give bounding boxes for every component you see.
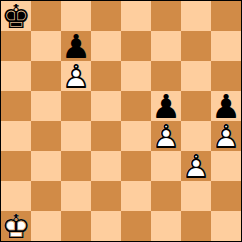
square-c1[interactable] — [61, 211, 91, 241]
white-pawn[interactable]: ♟♙ — [181, 151, 211, 181]
square-e7[interactable] — [121, 31, 151, 61]
white-king[interactable]: ♚♔ — [1, 211, 31, 241]
square-g2[interactable] — [181, 181, 211, 211]
black-king[interactable]: ♚ — [1, 1, 31, 31]
square-g3[interactable]: ♟♙ — [181, 151, 211, 181]
white-pawn-outline-glyph: ♙ — [151, 121, 181, 151]
white-pawn[interactable]: ♟♙ — [61, 61, 91, 91]
square-f2[interactable] — [151, 181, 181, 211]
square-c4[interactable] — [61, 121, 91, 151]
square-g8[interactable] — [181, 1, 211, 31]
white-pawn-outline-glyph: ♙ — [61, 61, 91, 91]
square-h7[interactable] — [211, 31, 241, 61]
square-c2[interactable] — [61, 181, 91, 211]
square-h3[interactable] — [211, 151, 241, 181]
white-pawn-outline-glyph: ♙ — [211, 121, 241, 151]
square-e1[interactable] — [121, 211, 151, 241]
square-d7[interactable] — [91, 31, 121, 61]
square-a5[interactable] — [1, 91, 31, 121]
white-king-outline-glyph: ♔ — [1, 211, 31, 241]
square-g1[interactable] — [181, 211, 211, 241]
square-a7[interactable] — [1, 31, 31, 61]
square-h1[interactable] — [211, 211, 241, 241]
square-c6[interactable]: ♟♙ — [61, 61, 91, 91]
square-h2[interactable] — [211, 181, 241, 211]
square-e6[interactable] — [121, 61, 151, 91]
square-a8[interactable]: ♚ — [1, 1, 31, 31]
square-a4[interactable] — [1, 121, 31, 151]
square-d1[interactable] — [91, 211, 121, 241]
square-e8[interactable] — [121, 1, 151, 31]
square-f8[interactable] — [151, 1, 181, 31]
square-b3[interactable] — [31, 151, 61, 181]
square-f7[interactable] — [151, 31, 181, 61]
chess-board: ♚♟♟♙♟♟♟♙♟♙♟♙♚♔ — [0, 0, 242, 242]
square-g7[interactable] — [181, 31, 211, 61]
square-h8[interactable] — [211, 1, 241, 31]
square-b8[interactable] — [31, 1, 61, 31]
square-e5[interactable] — [121, 91, 151, 121]
square-b2[interactable] — [31, 181, 61, 211]
square-a6[interactable] — [1, 61, 31, 91]
square-e4[interactable] — [121, 121, 151, 151]
square-b5[interactable] — [31, 91, 61, 121]
square-d4[interactable] — [91, 121, 121, 151]
square-a1[interactable]: ♚♔ — [1, 211, 31, 241]
square-f4[interactable]: ♟♙ — [151, 121, 181, 151]
square-b1[interactable] — [31, 211, 61, 241]
white-pawn[interactable]: ♟♙ — [151, 121, 181, 151]
square-d5[interactable] — [91, 91, 121, 121]
square-d8[interactable] — [91, 1, 121, 31]
square-d2[interactable] — [91, 181, 121, 211]
square-b7[interactable] — [31, 31, 61, 61]
square-e2[interactable] — [121, 181, 151, 211]
square-d6[interactable] — [91, 61, 121, 91]
square-g5[interactable] — [181, 91, 211, 121]
white-pawn-outline-glyph: ♙ — [181, 151, 211, 181]
square-b6[interactable] — [31, 61, 61, 91]
square-c5[interactable] — [61, 91, 91, 121]
square-f1[interactable] — [151, 211, 181, 241]
square-e3[interactable] — [121, 151, 151, 181]
white-pawn[interactable]: ♟♙ — [211, 121, 241, 151]
chess-board-wrapper: ♚♟♟♙♟♟♟♙♟♙♟♙♚♔ — [0, 0, 242, 242]
square-c3[interactable] — [61, 151, 91, 181]
square-g6[interactable] — [181, 61, 211, 91]
black-king-glyph: ♚ — [1, 1, 31, 31]
square-d3[interactable] — [91, 151, 121, 181]
square-a3[interactable] — [1, 151, 31, 181]
square-f3[interactable] — [151, 151, 181, 181]
square-b4[interactable] — [31, 121, 61, 151]
square-h4[interactable]: ♟♙ — [211, 121, 241, 151]
